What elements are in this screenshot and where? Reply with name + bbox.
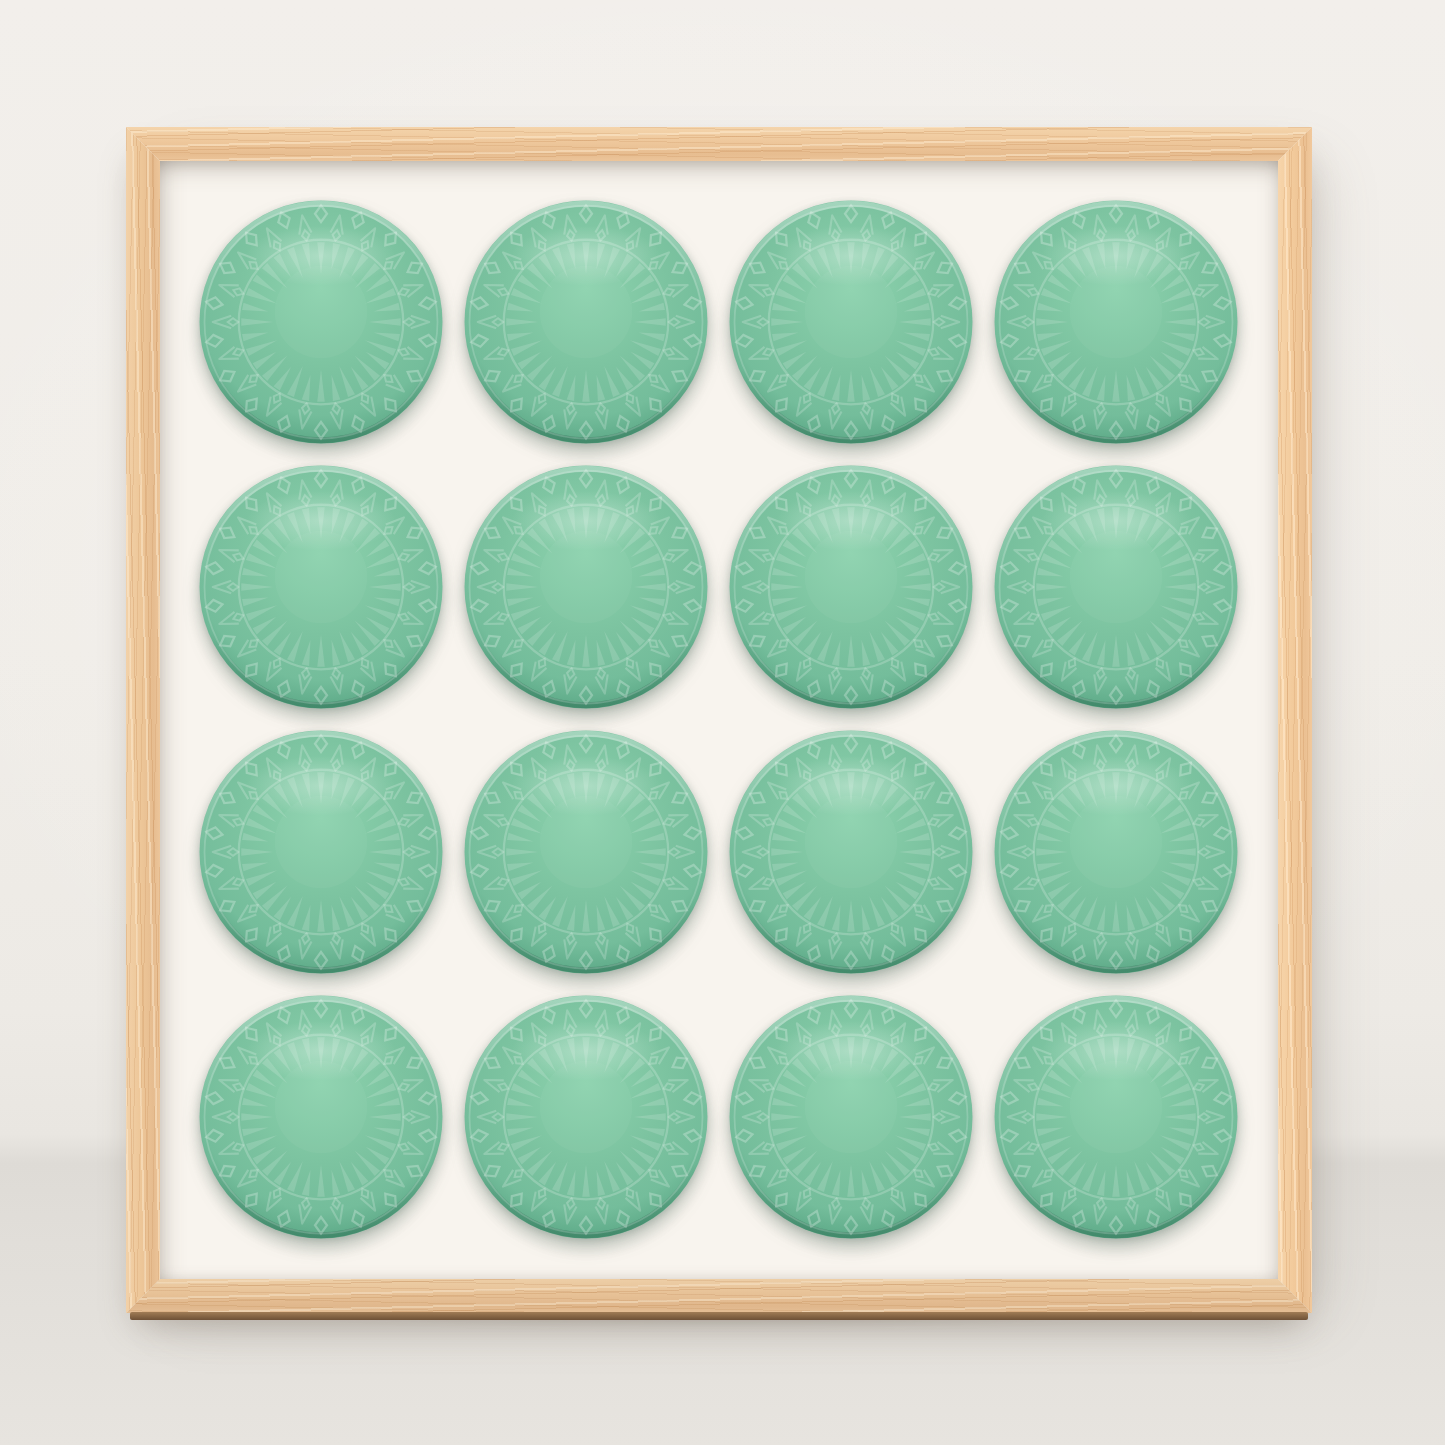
disc-r3c3[interactable] bbox=[726, 727, 976, 977]
frame-bar-top bbox=[126, 127, 1312, 161]
green-disc bbox=[461, 727, 711, 977]
disc-r2c4[interactable] bbox=[991, 462, 1241, 712]
green-disc bbox=[991, 992, 1241, 1242]
green-disc bbox=[196, 462, 446, 712]
disc-r1c1[interactable] bbox=[196, 197, 446, 447]
wooden-frame bbox=[126, 127, 1312, 1313]
disc-r1c2[interactable] bbox=[461, 197, 711, 447]
green-disc bbox=[196, 727, 446, 977]
disc-r3c1[interactable] bbox=[196, 727, 446, 977]
green-disc bbox=[461, 462, 711, 712]
disc-r4c4[interactable] bbox=[991, 992, 1241, 1242]
disc-r4c1[interactable] bbox=[196, 992, 446, 1242]
green-disc bbox=[726, 727, 976, 977]
board-grid bbox=[196, 197, 1241, 1242]
disc-r3c4[interactable] bbox=[991, 727, 1241, 977]
green-disc bbox=[726, 197, 976, 447]
green-disc bbox=[726, 992, 976, 1242]
scene bbox=[0, 0, 1445, 1445]
disc-r4c2[interactable] bbox=[461, 992, 711, 1242]
disc-r3c2[interactable] bbox=[461, 727, 711, 977]
disc-r4c3[interactable] bbox=[726, 992, 976, 1242]
frame-bar-right bbox=[1278, 127, 1312, 1313]
disc-r1c3[interactable] bbox=[726, 197, 976, 447]
green-disc bbox=[461, 992, 711, 1242]
frame-bar-left bbox=[126, 127, 160, 1313]
green-disc bbox=[196, 992, 446, 1242]
disc-r2c2[interactable] bbox=[461, 462, 711, 712]
disc-r1c4[interactable] bbox=[991, 197, 1241, 447]
frame-bar-bottom bbox=[126, 1279, 1312, 1313]
green-disc bbox=[991, 462, 1241, 712]
disc-r2c1[interactable] bbox=[196, 462, 446, 712]
green-disc bbox=[461, 197, 711, 447]
green-disc bbox=[991, 197, 1241, 447]
disc-r2c3[interactable] bbox=[726, 462, 976, 712]
green-disc bbox=[991, 727, 1241, 977]
green-disc bbox=[196, 197, 446, 447]
green-disc bbox=[726, 462, 976, 712]
board-mat bbox=[160, 161, 1278, 1279]
